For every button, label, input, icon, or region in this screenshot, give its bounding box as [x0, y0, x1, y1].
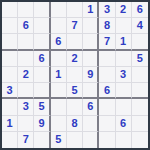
cell-r6c3[interactable]: [34, 83, 50, 99]
cell-r2c2[interactable]: 6: [18, 18, 34, 34]
cell-r6c1[interactable]: 3: [2, 83, 18, 99]
cell-r5c8[interactable]: 3: [116, 67, 132, 83]
cell-r4c7[interactable]: [99, 51, 115, 67]
cell-r2c4[interactable]: [51, 18, 67, 34]
cell-r1c3[interactable]: [34, 2, 50, 18]
cell-r1c5[interactable]: [67, 2, 83, 18]
cell-r8c5[interactable]: 8: [67, 116, 83, 132]
cell-r6c8[interactable]: [116, 83, 132, 99]
cell-r6c2[interactable]: [18, 83, 34, 99]
cell-r3c9[interactable]: [132, 34, 148, 50]
cell-r3c4[interactable]: 6: [51, 34, 67, 50]
cell-r8c7[interactable]: [99, 116, 115, 132]
cell-r5c7[interactable]: [99, 67, 115, 83]
cell-r8c8[interactable]: 6: [116, 116, 132, 132]
cell-r5c6[interactable]: 9: [83, 67, 99, 83]
cell-r9c4[interactable]: 5: [51, 132, 67, 148]
cell-r5c3[interactable]: [34, 67, 50, 83]
cell-r2c5[interactable]: 7: [67, 18, 83, 34]
cell-r5c2[interactable]: 2: [18, 67, 34, 83]
cell-r9c6[interactable]: [83, 132, 99, 148]
cell-r3c6[interactable]: [83, 34, 99, 50]
cell-r1c6[interactable]: 1: [83, 2, 99, 18]
cell-r9c2[interactable]: 7: [18, 132, 34, 148]
cell-r7c1[interactable]: [2, 99, 18, 115]
cell-r8c1[interactable]: 1: [2, 116, 18, 132]
cell-r1c4[interactable]: [51, 2, 67, 18]
sudoku-board: 132667846716252193356356198675: [0, 0, 150, 150]
cell-r2c6[interactable]: [83, 18, 99, 34]
cell-r6c9[interactable]: [132, 83, 148, 99]
cell-r5c1[interactable]: [2, 67, 18, 83]
cell-r5c4[interactable]: 1: [51, 67, 67, 83]
cell-r7c2[interactable]: 3: [18, 99, 34, 115]
cell-r1c7[interactable]: 3: [99, 2, 115, 18]
cell-r2c1[interactable]: [2, 18, 18, 34]
cell-r2c8[interactable]: [116, 18, 132, 34]
cell-r4c1[interactable]: [2, 51, 18, 67]
cell-r2c7[interactable]: 8: [99, 18, 115, 34]
cell-r4c8[interactable]: [116, 51, 132, 67]
cell-r4c9[interactable]: 5: [132, 51, 148, 67]
cell-r7c8[interactable]: [116, 99, 132, 115]
cell-r7c3[interactable]: 5: [34, 99, 50, 115]
cell-r4c6[interactable]: [83, 51, 99, 67]
cell-r4c5[interactable]: 2: [67, 51, 83, 67]
cell-r2c3[interactable]: [34, 18, 50, 34]
cell-r9c8[interactable]: [116, 132, 132, 148]
cell-r6c4[interactable]: [51, 83, 67, 99]
cell-r1c2[interactable]: [18, 2, 34, 18]
cell-r5c9[interactable]: [132, 67, 148, 83]
cell-r3c5[interactable]: [67, 34, 83, 50]
cell-r7c5[interactable]: [67, 99, 83, 115]
cell-r4c4[interactable]: [51, 51, 67, 67]
cell-r4c2[interactable]: [18, 51, 34, 67]
cell-r1c8[interactable]: 2: [116, 2, 132, 18]
cell-r3c2[interactable]: [18, 34, 34, 50]
cell-r8c2[interactable]: [18, 116, 34, 132]
cell-r3c7[interactable]: 7: [99, 34, 115, 50]
cell-r9c1[interactable]: [2, 132, 18, 148]
cell-r7c7[interactable]: [99, 99, 115, 115]
cell-r7c4[interactable]: [51, 99, 67, 115]
cell-r8c4[interactable]: [51, 116, 67, 132]
cell-r3c3[interactable]: [34, 34, 50, 50]
cell-r4c3[interactable]: 6: [34, 51, 50, 67]
cell-r2c9[interactable]: 4: [132, 18, 148, 34]
cell-r9c7[interactable]: [99, 132, 115, 148]
cell-r5c5[interactable]: [67, 67, 83, 83]
cell-r8c3[interactable]: 9: [34, 116, 50, 132]
cell-r1c9[interactable]: 6: [132, 2, 148, 18]
cell-r6c6[interactable]: [83, 83, 99, 99]
cell-r6c7[interactable]: 6: [99, 83, 115, 99]
cell-r9c5[interactable]: [67, 132, 83, 148]
cell-r9c3[interactable]: [34, 132, 50, 148]
cell-r7c9[interactable]: [132, 99, 148, 115]
cell-r3c8[interactable]: 1: [116, 34, 132, 50]
cell-r8c6[interactable]: [83, 116, 99, 132]
cell-r3c1[interactable]: [2, 34, 18, 50]
cell-r1c1[interactable]: [2, 2, 18, 18]
cell-r8c9[interactable]: [132, 116, 148, 132]
cell-r7c6[interactable]: 6: [83, 99, 99, 115]
cell-r6c5[interactable]: 5: [67, 83, 83, 99]
cell-r9c9[interactable]: [132, 132, 148, 148]
